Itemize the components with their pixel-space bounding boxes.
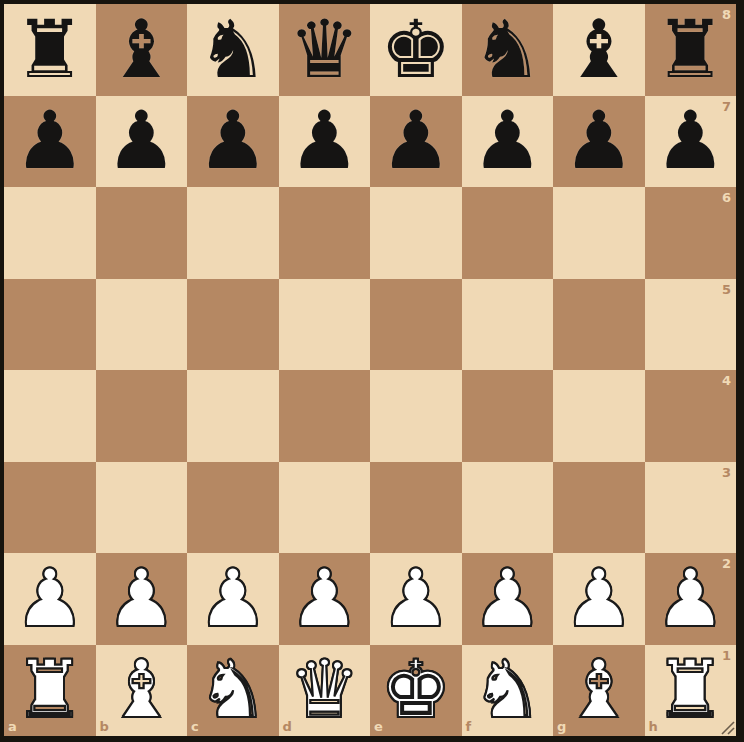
piece-white-knight[interactable]: ♞ <box>462 645 554 737</box>
square-g2[interactable]: ♟ <box>553 553 645 645</box>
square-b2[interactable]: ♟ <box>96 553 188 645</box>
square-f6[interactable] <box>462 187 554 279</box>
piece-white-pawn[interactable]: ♟ <box>462 553 554 645</box>
square-b8[interactable]: ♝ <box>96 4 188 96</box>
square-d1[interactable]: ♛d <box>279 645 371 737</box>
square-a1[interactable]: ♜a <box>4 645 96 737</box>
square-a6[interactable] <box>4 187 96 279</box>
square-d6[interactable] <box>279 187 371 279</box>
piece-black-pawn[interactable]: ♟ <box>462 96 554 188</box>
square-f8[interactable]: ♞ <box>462 4 554 96</box>
piece-black-pawn[interactable]: ♟ <box>553 96 645 188</box>
square-g3[interactable] <box>553 462 645 554</box>
piece-white-king[interactable]: ♚ <box>370 645 462 737</box>
piece-white-pawn[interactable]: ♟ <box>279 553 371 645</box>
square-e2[interactable]: ♟ <box>370 553 462 645</box>
square-b3[interactable] <box>96 462 188 554</box>
square-c2[interactable]: ♟ <box>187 553 279 645</box>
square-d2[interactable]: ♟ <box>279 553 371 645</box>
piece-white-queen[interactable]: ♛ <box>279 645 371 737</box>
square-h2[interactable]: ♟2 <box>645 553 737 645</box>
square-g8[interactable]: ♝ <box>553 4 645 96</box>
rank-label-4: 4 <box>722 374 731 387</box>
square-h3[interactable]: 3 <box>645 462 737 554</box>
square-a7[interactable]: ♟ <box>4 96 96 188</box>
piece-white-knight[interactable]: ♞ <box>187 645 279 737</box>
square-g5[interactable] <box>553 279 645 371</box>
piece-black-king[interactable]: ♚ <box>370 4 462 96</box>
square-d3[interactable] <box>279 462 371 554</box>
square-a5[interactable] <box>4 279 96 371</box>
piece-black-queen[interactable]: ♛ <box>279 4 371 96</box>
square-b7[interactable]: ♟ <box>96 96 188 188</box>
square-e8[interactable]: ♚ <box>370 4 462 96</box>
square-f4[interactable] <box>462 370 554 462</box>
square-f5[interactable] <box>462 279 554 371</box>
square-d7[interactable]: ♟ <box>279 96 371 188</box>
square-h1[interactable]: ♜1h <box>645 645 737 737</box>
piece-white-pawn[interactable]: ♟ <box>645 553 737 645</box>
square-e5[interactable] <box>370 279 462 371</box>
square-c5[interactable] <box>187 279 279 371</box>
square-g6[interactable] <box>553 187 645 279</box>
piece-black-knight[interactable]: ♞ <box>187 4 279 96</box>
piece-black-bishop[interactable]: ♝ <box>96 4 188 96</box>
square-e6[interactable] <box>370 187 462 279</box>
square-e7[interactable]: ♟ <box>370 96 462 188</box>
square-c6[interactable] <box>187 187 279 279</box>
square-d8[interactable]: ♛ <box>279 4 371 96</box>
square-h4[interactable]: 4 <box>645 370 737 462</box>
rank-label-5: 5 <box>722 283 731 296</box>
square-f3[interactable] <box>462 462 554 554</box>
chess-board-frame: ♜♝♞♛♚♞♝♜8♟♟♟♟♟♟♟♟76543♟♟♟♟♟♟♟♟2♜a♝b♞c♛d♚… <box>0 0 744 742</box>
square-g7[interactable]: ♟ <box>553 96 645 188</box>
square-d4[interactable] <box>279 370 371 462</box>
chess-board: ♜♝♞♛♚♞♝♜8♟♟♟♟♟♟♟♟76543♟♟♟♟♟♟♟♟2♜a♝b♞c♛d♚… <box>4 4 736 736</box>
square-a4[interactable] <box>4 370 96 462</box>
piece-white-pawn[interactable]: ♟ <box>96 553 188 645</box>
piece-black-pawn[interactable]: ♟ <box>645 96 737 188</box>
square-g4[interactable] <box>553 370 645 462</box>
piece-white-bishop[interactable]: ♝ <box>96 645 188 737</box>
square-f7[interactable]: ♟ <box>462 96 554 188</box>
piece-black-rook[interactable]: ♜ <box>4 4 96 96</box>
square-b4[interactable] <box>96 370 188 462</box>
piece-black-pawn[interactable]: ♟ <box>279 96 371 188</box>
piece-black-pawn[interactable]: ♟ <box>370 96 462 188</box>
square-b6[interactable] <box>96 187 188 279</box>
square-d5[interactable] <box>279 279 371 371</box>
square-h8[interactable]: ♜8 <box>645 4 737 96</box>
piece-black-knight[interactable]: ♞ <box>462 4 554 96</box>
piece-black-rook[interactable]: ♜ <box>645 4 737 96</box>
square-c4[interactable] <box>187 370 279 462</box>
square-h5[interactable]: 5 <box>645 279 737 371</box>
square-c7[interactable]: ♟ <box>187 96 279 188</box>
board-resize-handle-icon[interactable] <box>720 720 735 735</box>
square-c3[interactable] <box>187 462 279 554</box>
square-a3[interactable] <box>4 462 96 554</box>
piece-white-rook[interactable]: ♜ <box>4 645 96 737</box>
piece-white-pawn[interactable]: ♟ <box>370 553 462 645</box>
piece-white-pawn[interactable]: ♟ <box>553 553 645 645</box>
square-a2[interactable]: ♟ <box>4 553 96 645</box>
square-h7[interactable]: ♟7 <box>645 96 737 188</box>
rank-label-6: 6 <box>722 191 731 204</box>
square-f1[interactable]: ♞f <box>462 645 554 737</box>
square-e1[interactable]: ♚e <box>370 645 462 737</box>
piece-white-pawn[interactable]: ♟ <box>187 553 279 645</box>
square-b5[interactable] <box>96 279 188 371</box>
square-f2[interactable]: ♟ <box>462 553 554 645</box>
piece-black-pawn[interactable]: ♟ <box>4 96 96 188</box>
piece-black-bishop[interactable]: ♝ <box>553 4 645 96</box>
square-g1[interactable]: ♝g <box>553 645 645 737</box>
rank-label-3: 3 <box>722 466 731 479</box>
square-a8[interactable]: ♜ <box>4 4 96 96</box>
piece-black-pawn[interactable]: ♟ <box>96 96 188 188</box>
square-e3[interactable] <box>370 462 462 554</box>
square-c1[interactable]: ♞c <box>187 645 279 737</box>
square-c8[interactable]: ♞ <box>187 4 279 96</box>
piece-white-pawn[interactable]: ♟ <box>4 553 96 645</box>
square-h6[interactable]: 6 <box>645 187 737 279</box>
piece-white-bishop[interactable]: ♝ <box>553 645 645 737</box>
square-e4[interactable] <box>370 370 462 462</box>
piece-black-pawn[interactable]: ♟ <box>187 96 279 188</box>
square-b1[interactable]: ♝b <box>96 645 188 737</box>
